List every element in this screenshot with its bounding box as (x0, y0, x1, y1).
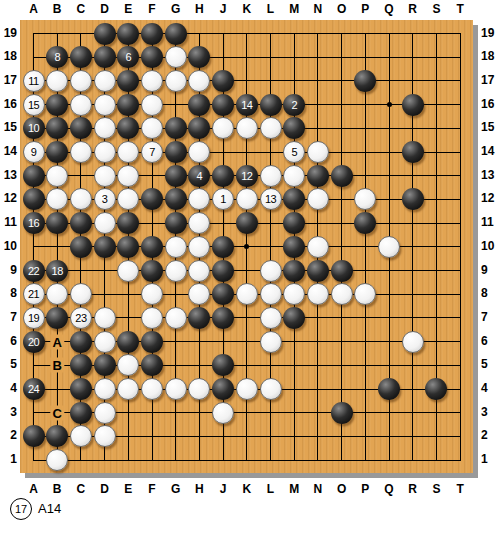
coord-label-col-L-bottom: L (261, 482, 281, 497)
stone-B15[interactable] (46, 117, 68, 139)
grid-line-vertical (341, 33, 342, 461)
stone-D13[interactable] (94, 165, 116, 187)
stone-F8[interactable] (141, 283, 163, 305)
coord-label-col-S-top: S (426, 2, 446, 17)
stone-A2[interactable] (23, 425, 45, 447)
stone-M7[interactable] (283, 307, 305, 329)
coord-label-col-A-top: A (24, 2, 44, 17)
stone-L9[interactable] (260, 260, 282, 282)
coord-label-row-1-right: 1 (481, 452, 498, 467)
coord-label-col-P-bottom: P (355, 482, 375, 497)
stone-O13[interactable] (331, 165, 353, 187)
stone-B7[interactable] (46, 307, 68, 329)
stone-L6[interactable] (260, 331, 282, 353)
coord-label-col-F-top: F (142, 2, 162, 17)
stone-E14[interactable] (117, 141, 139, 163)
stone-A11[interactable]: 16 (23, 212, 45, 234)
stone-F19[interactable] (141, 23, 163, 45)
stone-L15[interactable] (260, 117, 282, 139)
coord-label-col-K-bottom: K (237, 482, 257, 497)
stone-M8[interactable] (283, 283, 305, 305)
stone-E15[interactable] (117, 117, 139, 139)
coord-label-col-G-bottom: G (166, 482, 186, 497)
stone-K16[interactable]: 14 (236, 94, 258, 116)
coord-label-row-6-right: 6 (481, 334, 498, 349)
coord-label-col-J-top: J (213, 2, 233, 17)
coord-label-row-12-left: 12 (0, 191, 17, 206)
coord-label-col-A-bottom: A (24, 482, 44, 497)
stone-H10[interactable] (188, 236, 210, 258)
coord-label-row-8-left: 8 (0, 286, 17, 301)
stone-C3[interactable] (70, 402, 92, 424)
stone-E17[interactable] (117, 70, 139, 92)
stone-D15[interactable] (94, 117, 116, 139)
stone-C16[interactable] (70, 94, 92, 116)
stone-C10[interactable] (70, 236, 92, 258)
stone-S4[interactable] (425, 378, 447, 400)
stone-H17[interactable] (188, 70, 210, 92)
stone-B13[interactable] (46, 165, 68, 187)
coord-label-row-10-right: 10 (481, 239, 498, 254)
stone-L12[interactable]: 13 (260, 188, 282, 210)
stone-N8[interactable] (307, 283, 329, 305)
stone-A12[interactable] (23, 188, 45, 210)
stone-R16[interactable] (402, 94, 424, 116)
stone-H16[interactable] (188, 94, 210, 116)
coord-label-col-P-top: P (355, 2, 375, 17)
stone-L7[interactable] (260, 307, 282, 329)
stone-E10[interactable] (117, 236, 139, 258)
stone-H8[interactable] (188, 283, 210, 305)
coord-label-col-R-top: R (403, 2, 423, 17)
stone-E5[interactable] (117, 354, 139, 376)
coord-label-row-13-left: 13 (0, 168, 17, 183)
coord-label-row-8-right: 8 (481, 286, 498, 301)
stone-G4[interactable] (165, 378, 187, 400)
stone-M9[interactable] (283, 260, 305, 282)
star-point-K10 (244, 244, 249, 249)
stone-J4[interactable] (212, 378, 234, 400)
coord-label-row-9-left: 9 (0, 263, 17, 278)
coord-label-col-B-top: B (47, 2, 67, 17)
stone-G19[interactable] (165, 23, 187, 45)
stone-A9[interactable]: 22 (23, 260, 45, 282)
coord-label-col-E-top: E (118, 2, 138, 17)
coord-label-col-H-top: H (189, 2, 209, 17)
stone-H12[interactable] (188, 188, 210, 210)
stone-E16[interactable] (117, 94, 139, 116)
stone-C2[interactable] (70, 425, 92, 447)
stone-B12[interactable] (46, 188, 68, 210)
stone-A14[interactable]: 9 (23, 141, 45, 163)
stone-N10[interactable] (307, 236, 329, 258)
coord-label-col-O-bottom: O (332, 482, 352, 497)
stone-N13[interactable] (307, 165, 329, 187)
stone-J10[interactable] (212, 236, 234, 258)
coord-label-col-Q-top: Q (379, 2, 399, 17)
stone-L4[interactable] (260, 378, 282, 400)
stone-H11[interactable] (188, 212, 210, 234)
stone-K11[interactable] (236, 212, 258, 234)
stone-J5[interactable] (212, 354, 234, 376)
coord-label-col-O-top: O (332, 2, 352, 17)
stone-K13[interactable]: 12 (236, 165, 258, 187)
coord-label-row-4-left: 4 (0, 381, 17, 396)
coord-label-row-19-left: 19 (0, 26, 17, 41)
stone-D12[interactable]: 3 (94, 188, 116, 210)
coord-label-row-11-right: 11 (481, 215, 498, 230)
stone-G9[interactable] (165, 260, 187, 282)
stone-O8[interactable] (331, 283, 353, 305)
stone-J15[interactable] (212, 117, 234, 139)
coord-label-row-4-right: 4 (481, 381, 498, 396)
star-point-Q16 (387, 102, 392, 107)
stone-B11[interactable] (46, 212, 68, 234)
stone-M12[interactable] (283, 188, 305, 210)
stone-H13[interactable]: 4 (188, 165, 210, 187)
stone-D7[interactable] (94, 307, 116, 329)
stone-R6[interactable] (402, 331, 424, 353)
coord-label-row-5-left: 5 (0, 357, 17, 372)
stone-O9[interactable] (331, 260, 353, 282)
coord-label-row-10-left: 10 (0, 239, 17, 254)
coord-label-col-B-bottom: B (47, 482, 67, 497)
stone-F9[interactable] (141, 260, 163, 282)
stone-B16[interactable] (46, 94, 68, 116)
stone-H15[interactable] (188, 117, 210, 139)
go-board[interactable]: 8611151421097541231131622182119232024ABC (20, 20, 473, 473)
letter-marker-C[interactable]: C (50, 405, 63, 420)
coord-label-row-14-right: 14 (481, 144, 498, 159)
stone-M10[interactable] (283, 236, 305, 258)
stone-G10[interactable] (165, 236, 187, 258)
coord-label-col-D-top: D (95, 2, 115, 17)
stone-B18[interactable]: 8 (46, 46, 68, 68)
stone-A6[interactable]: 20 (23, 331, 45, 353)
stone-K12[interactable] (236, 188, 258, 210)
coord-label-col-G-top: G (166, 2, 186, 17)
stone-D14[interactable] (94, 141, 116, 163)
stone-J8[interactable] (212, 283, 234, 305)
stone-P12[interactable] (354, 188, 376, 210)
coord-label-col-H-bottom: H (189, 482, 209, 497)
stone-C6[interactable] (70, 331, 92, 353)
stone-D5[interactable] (94, 354, 116, 376)
coord-label-col-C-top: C (71, 2, 91, 17)
stone-L8[interactable] (260, 283, 282, 305)
stone-N12[interactable] (307, 188, 329, 210)
stone-M15[interactable] (283, 117, 305, 139)
stone-F6[interactable] (141, 331, 163, 353)
stone-N9[interactable] (307, 260, 329, 282)
stone-K15[interactable] (236, 117, 258, 139)
coord-label-row-9-right: 9 (481, 263, 498, 278)
stone-M11[interactable] (283, 212, 305, 234)
stone-L13[interactable] (260, 165, 282, 187)
stone-P17[interactable] (354, 70, 376, 92)
stone-C11[interactable] (70, 212, 92, 234)
coord-label-row-13-right: 13 (481, 168, 498, 183)
coord-label-col-T-top: T (450, 2, 470, 17)
stone-C7[interactable]: 23 (70, 307, 92, 329)
coord-label-row-18-left: 18 (0, 49, 17, 64)
coord-label-row-11-left: 11 (0, 215, 17, 230)
stone-C4[interactable] (70, 378, 92, 400)
stone-G12[interactable] (165, 188, 187, 210)
coord-label-row-17-right: 17 (481, 73, 498, 88)
stone-J12[interactable]: 1 (212, 188, 234, 210)
grid-line-vertical (460, 33, 461, 461)
stone-A7[interactable]: 19 (23, 307, 45, 329)
stone-F7[interactable] (141, 307, 163, 329)
stone-A8[interactable]: 21 (23, 283, 45, 305)
caption-move-coordinate: A14 (38, 501, 61, 516)
stone-M14[interactable]: 5 (283, 141, 305, 163)
stone-A16[interactable]: 15 (23, 94, 45, 116)
stone-E13[interactable] (117, 165, 139, 187)
caption-move-stone: 17 (10, 498, 32, 520)
stone-C18[interactable] (70, 46, 92, 68)
stone-E11[interactable] (117, 212, 139, 234)
coord-label-col-M-top: M (284, 2, 304, 17)
coord-label-row-6-left: 6 (0, 334, 17, 349)
stone-A17[interactable]: 11 (23, 70, 45, 92)
coord-label-row-16-right: 16 (481, 97, 498, 112)
coord-label-col-M-bottom: M (284, 482, 304, 497)
coord-label-col-J-bottom: J (213, 482, 233, 497)
stone-Q4[interactable] (378, 378, 400, 400)
grid-line-vertical (365, 33, 366, 461)
stone-C5[interactable] (70, 354, 92, 376)
coord-label-row-18-right: 18 (481, 49, 498, 64)
coord-label-row-3-left: 3 (0, 405, 17, 420)
stone-F18[interactable] (141, 46, 163, 68)
stone-R12[interactable] (402, 188, 424, 210)
stone-E4[interactable] (117, 378, 139, 400)
stone-F12[interactable] (141, 188, 163, 210)
stone-D18[interactable] (94, 46, 116, 68)
coord-label-row-15-right: 15 (481, 120, 498, 135)
stone-J13[interactable] (212, 165, 234, 187)
stone-D11[interactable] (94, 212, 116, 234)
stone-E9[interactable] (117, 260, 139, 282)
stone-E19[interactable] (117, 23, 139, 45)
stone-K8[interactable] (236, 283, 258, 305)
coord-label-row-15-left: 15 (0, 120, 17, 135)
stone-R14[interactable] (402, 141, 424, 163)
coord-label-col-S-bottom: S (426, 482, 446, 497)
stone-P8[interactable] (354, 283, 376, 305)
stone-C8[interactable] (70, 283, 92, 305)
stone-F5[interactable] (141, 354, 163, 376)
stone-O3[interactable] (331, 402, 353, 424)
coord-label-col-C-bottom: C (71, 482, 91, 497)
stone-A15[interactable]: 10 (23, 117, 45, 139)
stone-J16[interactable] (212, 94, 234, 116)
stone-D17[interactable] (94, 70, 116, 92)
stone-D2[interactable] (94, 425, 116, 447)
stone-H7[interactable] (188, 307, 210, 329)
stone-F14[interactable]: 7 (141, 141, 163, 163)
stone-F17[interactable] (141, 70, 163, 92)
grid-line-horizontal (33, 460, 461, 461)
coord-label-col-D-bottom: D (95, 482, 115, 497)
stone-E18[interactable]: 6 (117, 46, 139, 68)
stone-B2[interactable] (46, 425, 68, 447)
stone-D3[interactable] (94, 402, 116, 424)
coord-label-row-7-left: 7 (0, 310, 17, 325)
stone-F10[interactable] (141, 236, 163, 258)
coord-label-col-K-top: K (237, 2, 257, 17)
coord-label-row-14-left: 14 (0, 144, 17, 159)
coord-label-row-7-right: 7 (481, 310, 498, 325)
stone-G18[interactable] (165, 46, 187, 68)
letter-marker-B[interactable]: B (50, 358, 63, 373)
stone-G7[interactable] (165, 307, 187, 329)
stone-D6[interactable] (94, 331, 116, 353)
stone-C17[interactable] (70, 70, 92, 92)
stone-E12[interactable] (117, 188, 139, 210)
stone-F4[interactable] (141, 378, 163, 400)
stone-B14[interactable] (46, 141, 68, 163)
coord-label-row-2-right: 2 (481, 428, 498, 443)
stone-A4[interactable]: 24 (23, 378, 45, 400)
stone-C15[interactable] (70, 117, 92, 139)
stone-C14[interactable] (70, 141, 92, 163)
stone-H14[interactable] (188, 141, 210, 163)
stone-D10[interactable] (94, 236, 116, 258)
stone-J17[interactable] (212, 70, 234, 92)
coord-label-col-F-bottom: F (142, 482, 162, 497)
coord-label-row-2-left: 2 (0, 428, 17, 443)
stone-D16[interactable] (94, 94, 116, 116)
coord-label-col-Q-bottom: Q (379, 482, 399, 497)
stone-D4[interactable] (94, 378, 116, 400)
stone-D19[interactable] (94, 23, 116, 45)
coord-label-col-R-bottom: R (403, 482, 423, 497)
stone-P11[interactable] (354, 212, 376, 234)
stone-N14[interactable] (307, 141, 329, 163)
coord-label-col-E-bottom: E (118, 482, 138, 497)
grid-line-horizontal (33, 270, 461, 271)
stone-C12[interactable] (70, 188, 92, 210)
coord-label-col-L-top: L (261, 2, 281, 17)
coord-label-row-3-right: 3 (481, 405, 498, 420)
stone-B8[interactable] (46, 283, 68, 305)
stone-L16[interactable] (260, 94, 282, 116)
stone-G11[interactable] (165, 212, 187, 234)
stone-H4[interactable] (188, 378, 210, 400)
coord-label-row-17-left: 17 (0, 73, 17, 88)
letter-marker-A[interactable]: A (50, 334, 63, 349)
stone-E6[interactable] (117, 331, 139, 353)
stone-H18[interactable] (188, 46, 210, 68)
stone-G13[interactable] (165, 165, 187, 187)
coord-label-row-5-right: 5 (481, 357, 498, 372)
stone-G14[interactable] (165, 141, 187, 163)
stone-H9[interactable] (188, 260, 210, 282)
coord-label-row-16-left: 16 (0, 97, 17, 112)
stone-J3[interactable] (212, 402, 234, 424)
stone-J7[interactable] (212, 307, 234, 329)
stone-B17[interactable] (46, 70, 68, 92)
coord-label-row-19-right: 19 (481, 26, 498, 41)
coord-label-col-N-bottom: N (308, 482, 328, 497)
stone-Q10[interactable] (378, 236, 400, 258)
stone-G15[interactable] (165, 117, 187, 139)
coord-label-row-12-right: 12 (481, 191, 498, 206)
stone-J9[interactable] (212, 260, 234, 282)
stone-F16[interactable] (141, 94, 163, 116)
stone-B9[interactable]: 18 (46, 260, 68, 282)
stone-K4[interactable] (236, 378, 258, 400)
stone-M16[interactable]: 2 (283, 94, 305, 116)
stone-F15[interactable] (141, 117, 163, 139)
stone-A13[interactable] (23, 165, 45, 187)
stone-G17[interactable] (165, 70, 187, 92)
coord-label-col-T-bottom: T (450, 482, 470, 497)
stone-B1[interactable] (46, 449, 68, 471)
coord-label-row-1-left: 1 (0, 452, 17, 467)
coord-label-col-N-top: N (308, 2, 328, 17)
stone-M13[interactable] (283, 165, 305, 187)
